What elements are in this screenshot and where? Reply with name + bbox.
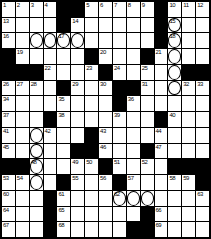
white-square[interactable] [127, 18, 140, 33]
clue-number: 10 [169, 2, 175, 9]
clue-number: 16 [3, 33, 9, 40]
white-square[interactable] [44, 96, 57, 111]
circled-square[interactable] [30, 175, 43, 190]
white-square[interactable] [113, 144, 126, 159]
white-square[interactable]: 12 [196, 2, 209, 17]
clue-number: 51 [114, 159, 120, 166]
clue-number: 34 [3, 96, 9, 103]
clue-number: 38 [58, 112, 64, 119]
white-square[interactable]: 43 [99, 128, 112, 143]
white-square[interactable] [196, 128, 209, 143]
white-square[interactable] [113, 49, 126, 64]
white-square[interactable]: 9 [141, 2, 154, 17]
black-square [182, 65, 195, 80]
white-square[interactable] [57, 49, 70, 64]
clue-number: 36 [128, 96, 134, 103]
white-square[interactable] [155, 159, 168, 174]
white-square[interactable]: 66 [155, 207, 168, 222]
white-square[interactable] [85, 222, 98, 237]
white-square[interactable]: 1 [2, 2, 15, 17]
white-square[interactable] [44, 144, 57, 159]
circled-square[interactable] [141, 191, 154, 206]
white-square[interactable] [71, 49, 84, 64]
black-square [2, 49, 15, 64]
circled-square[interactable]: 48 [30, 159, 43, 174]
white-square[interactable] [155, 175, 168, 190]
white-square[interactable] [85, 191, 98, 206]
white-square[interactable] [196, 49, 209, 64]
white-square[interactable] [57, 65, 70, 80]
black-square [168, 159, 181, 174]
black-square [85, 144, 98, 159]
clue-number: 55 [72, 175, 78, 182]
white-square[interactable]: 8 [127, 2, 140, 17]
clue-number: 58 [169, 175, 175, 182]
white-square[interactable] [196, 144, 209, 159]
circled-square[interactable] [30, 144, 43, 159]
white-square[interactable] [16, 96, 29, 111]
clue-number: 7 [114, 2, 117, 9]
white-square[interactable]: 34 [2, 96, 15, 111]
white-square[interactable]: 37 [2, 112, 15, 127]
clue-number: 22 [45, 65, 51, 72]
white-square[interactable] [141, 175, 154, 190]
white-square[interactable] [196, 112, 209, 127]
white-square[interactable] [168, 96, 181, 111]
clue-number: 40 [169, 112, 175, 119]
white-square[interactable]: 24 [113, 65, 126, 80]
black-square [85, 128, 98, 143]
white-square[interactable] [30, 222, 43, 237]
white-square[interactable]: 50 [85, 159, 98, 174]
circle-marker [168, 65, 181, 80]
white-square[interactable] [196, 222, 209, 237]
crossword-grid: 1234567891011121314151617181920212223242… [0, 0, 211, 239]
white-square[interactable] [30, 49, 43, 64]
white-square[interactable]: 51 [113, 159, 126, 174]
white-square[interactable] [182, 112, 195, 127]
white-square[interactable]: 53 [2, 175, 15, 190]
clue-number: 66 [156, 207, 162, 214]
white-square[interactable]: 22 [44, 65, 57, 80]
white-square[interactable] [16, 18, 29, 33]
white-square[interactable] [168, 222, 181, 237]
circled-square[interactable] [30, 33, 43, 48]
black-square [155, 112, 168, 127]
white-square[interactable] [141, 112, 154, 127]
white-square[interactable] [16, 191, 29, 206]
circled-square[interactable]: 62 [113, 191, 126, 206]
circled-square[interactable] [71, 33, 84, 48]
black-square [2, 159, 15, 174]
clue-number: 49 [72, 159, 78, 166]
white-square[interactable]: 39 [113, 112, 126, 127]
black-square [44, 191, 57, 206]
white-square[interactable]: 60 [2, 191, 15, 206]
white-square[interactable] [44, 18, 57, 33]
clue-number: 20 [100, 49, 106, 56]
white-square[interactable] [85, 18, 98, 33]
white-square[interactable] [85, 96, 98, 111]
clue-number: 68 [58, 222, 64, 229]
clue-number: 62 [114, 191, 120, 198]
white-square[interactable]: 5 [85, 2, 98, 17]
white-square[interactable]: 69 [155, 222, 168, 237]
white-square[interactable]: 33 [196, 81, 209, 96]
white-square[interactable] [182, 96, 195, 111]
white-square[interactable] [85, 112, 98, 127]
white-square[interactable] [99, 33, 112, 48]
clue-number: 35 [58, 96, 64, 103]
white-square[interactable] [30, 191, 43, 206]
clue-number: 28 [31, 81, 37, 88]
white-square[interactable] [113, 18, 126, 33]
white-square[interactable]: 25 [141, 65, 154, 80]
white-square[interactable]: 19 [16, 49, 29, 64]
white-square[interactable] [113, 207, 126, 222]
white-square[interactable] [85, 33, 98, 48]
white-square[interactable]: 26 [2, 81, 15, 96]
black-square [196, 175, 209, 190]
circle-marker [71, 33, 84, 48]
clue-number: 19 [17, 49, 23, 56]
white-square[interactable]: 63 [196, 191, 209, 206]
white-square[interactable]: 68 [57, 222, 70, 237]
white-square[interactable]: 27 [16, 81, 29, 96]
clue-number: 39 [114, 112, 120, 119]
black-square [127, 81, 140, 96]
white-square[interactable] [99, 112, 112, 127]
white-square[interactable] [99, 18, 112, 33]
clue-number: 52 [142, 159, 148, 166]
clue-number: 31 [142, 81, 148, 88]
white-square[interactable] [168, 144, 181, 159]
clue-number: 54 [17, 175, 23, 182]
white-square[interactable] [182, 49, 195, 64]
clue-number: 6 [100, 2, 103, 9]
clue-number: 44 [156, 128, 162, 135]
clue-number: 43 [100, 128, 106, 135]
black-square [113, 96, 126, 111]
white-square[interactable]: 16 [2, 33, 15, 48]
white-square[interactable] [113, 222, 126, 237]
circled-square[interactable] [44, 33, 57, 48]
black-square [99, 65, 112, 80]
white-square[interactable] [16, 33, 29, 48]
clue-number: 57 [128, 175, 134, 182]
clue-number: 2 [17, 2, 20, 9]
clue-number: 53 [3, 175, 9, 182]
clue-number: 27 [17, 81, 23, 88]
white-square[interactable] [30, 18, 43, 33]
black-square [30, 65, 43, 80]
circle-marker [168, 49, 181, 64]
circle-marker [127, 191, 140, 206]
clue-number: 67 [3, 222, 9, 229]
clue-number: 42 [45, 128, 51, 135]
white-square[interactable]: 7 [113, 2, 126, 17]
white-square[interactable]: 29 [71, 81, 84, 96]
white-square[interactable] [113, 33, 126, 48]
white-square[interactable] [196, 33, 209, 48]
clue-number: 60 [3, 191, 9, 198]
clue-number: 23 [86, 65, 92, 72]
circle-marker [30, 175, 43, 190]
circle-marker [168, 81, 181, 96]
circle-marker [30, 128, 43, 143]
white-square[interactable]: 11 [182, 2, 195, 17]
clue-number: 45 [3, 144, 9, 151]
clue-number: 59 [183, 175, 189, 182]
black-square [2, 65, 15, 80]
clue-number: 61 [58, 191, 64, 198]
white-square[interactable] [16, 222, 29, 237]
white-square[interactable]: 4 [44, 2, 57, 17]
clue-number: 17 [58, 33, 64, 40]
clue-number: 33 [197, 81, 203, 88]
clue-number: 46 [100, 144, 106, 151]
white-square[interactable] [30, 112, 43, 127]
circled-square[interactable] [168, 81, 181, 96]
black-square [113, 81, 126, 96]
white-square[interactable] [196, 207, 209, 222]
black-square [196, 159, 209, 174]
white-square[interactable] [113, 128, 126, 143]
white-square[interactable] [182, 144, 195, 159]
black-square [57, 18, 70, 33]
white-square[interactable] [30, 96, 43, 111]
white-square[interactable] [71, 191, 84, 206]
black-square [182, 159, 195, 174]
white-square[interactable] [99, 207, 112, 222]
white-square[interactable] [182, 33, 195, 48]
clue-number: 69 [156, 222, 162, 229]
white-square[interactable]: 59 [182, 175, 195, 190]
white-square[interactable] [141, 96, 154, 111]
circle-marker [30, 33, 43, 48]
white-square[interactable]: 13 [2, 18, 15, 33]
white-square[interactable] [44, 49, 57, 64]
clue-number: 12 [197, 2, 203, 9]
clue-number: 14 [72, 18, 78, 25]
white-square[interactable]: 3 [30, 2, 43, 17]
white-square[interactable]: 14 [71, 18, 84, 33]
white-square[interactable]: 57 [127, 175, 140, 190]
black-square [16, 159, 29, 174]
circle-marker [44, 33, 57, 48]
white-square[interactable] [155, 65, 168, 80]
white-square[interactable] [71, 207, 84, 222]
white-square[interactable]: 38 [57, 112, 70, 127]
white-square[interactable] [127, 112, 140, 127]
white-square[interactable] [196, 18, 209, 33]
white-square[interactable] [71, 96, 84, 111]
white-square[interactable] [182, 18, 195, 33]
circled-square[interactable]: 15 [168, 18, 181, 33]
white-square[interactable]: 6 [99, 2, 112, 17]
white-square[interactable]: 35 [57, 96, 70, 111]
black-square [155, 18, 168, 33]
clue-number: 15 [169, 18, 175, 25]
clue-number: 64 [3, 207, 9, 214]
white-square[interactable] [16, 207, 29, 222]
white-square[interactable] [71, 65, 84, 80]
white-square[interactable]: 44 [155, 128, 168, 143]
white-square[interactable] [168, 128, 181, 143]
white-square[interactable]: 49 [71, 159, 84, 174]
white-square[interactable] [141, 33, 154, 48]
clue-number: 29 [72, 81, 78, 88]
white-square[interactable] [182, 222, 195, 237]
black-square [57, 2, 70, 17]
white-square[interactable] [99, 222, 112, 237]
white-square[interactable] [141, 18, 154, 33]
circled-square[interactable] [168, 65, 181, 80]
white-square[interactable] [57, 144, 70, 159]
white-square[interactable]: 2 [16, 2, 29, 17]
black-square [155, 33, 168, 48]
white-square[interactable] [168, 207, 181, 222]
circled-square[interactable] [127, 191, 140, 206]
circled-square[interactable] [30, 128, 43, 143]
white-square[interactable]: 21 [155, 49, 168, 64]
white-square[interactable]: 32 [182, 81, 195, 96]
white-square[interactable] [44, 159, 57, 174]
black-square [85, 49, 98, 64]
black-square [57, 175, 70, 190]
clue-number: 41 [3, 128, 9, 135]
white-square[interactable] [127, 159, 140, 174]
white-square[interactable] [44, 81, 57, 96]
black-square [141, 144, 154, 159]
white-square[interactable]: 52 [141, 159, 154, 174]
clue-number: 30 [100, 81, 106, 88]
white-square[interactable]: 46 [99, 144, 112, 159]
black-square [16, 65, 29, 80]
black-square [141, 49, 154, 64]
white-square[interactable]: 23 [85, 65, 98, 80]
white-square[interactable]: 64 [2, 207, 15, 222]
white-square[interactable] [16, 144, 29, 159]
circled-square[interactable] [168, 49, 181, 64]
clue-number: 63 [197, 191, 203, 198]
white-square[interactable] [168, 191, 181, 206]
white-square[interactable]: 41 [2, 128, 15, 143]
white-square[interactable] [16, 112, 29, 127]
clue-number: 9 [142, 2, 145, 9]
white-square[interactable]: 36 [127, 96, 140, 111]
white-square[interactable] [85, 81, 98, 96]
white-square[interactable] [127, 144, 140, 159]
white-square[interactable] [155, 81, 168, 96]
white-square[interactable] [127, 33, 140, 48]
white-square[interactable]: 28 [30, 81, 43, 96]
white-square[interactable] [99, 191, 112, 206]
white-square[interactable]: 30 [99, 81, 112, 96]
clue-number: 11 [183, 2, 188, 9]
white-square[interactable] [16, 128, 29, 143]
white-square[interactable] [155, 96, 168, 111]
clue-number: 37 [3, 112, 9, 119]
black-square [44, 112, 57, 127]
white-square[interactable]: 58 [168, 175, 181, 190]
clue-number: 21 [156, 49, 162, 56]
clue-number: 25 [142, 65, 148, 72]
black-square [141, 222, 154, 237]
clue-number: 18 [169, 33, 175, 40]
white-square[interactable]: 20 [99, 49, 112, 64]
black-square [155, 2, 168, 17]
white-square[interactable]: 61 [57, 191, 70, 206]
white-square[interactable]: 65 [57, 207, 70, 222]
white-square[interactable]: 10 [168, 2, 181, 17]
white-square[interactable] [85, 207, 98, 222]
white-square[interactable] [182, 207, 195, 222]
white-square[interactable]: 47 [155, 144, 168, 159]
clue-number: 56 [100, 175, 106, 182]
clue-number: 5 [86, 2, 89, 9]
clue-number: 1 [3, 2, 6, 9]
white-square[interactable] [71, 222, 84, 237]
white-square[interactable] [127, 49, 140, 64]
white-square[interactable] [57, 128, 70, 143]
black-square [127, 222, 140, 237]
clue-number: 13 [3, 18, 9, 25]
circled-square[interactable]: 17 [57, 33, 70, 48]
white-square[interactable]: 31 [141, 81, 154, 96]
white-square[interactable]: 42 [44, 128, 57, 143]
black-square [113, 175, 126, 190]
white-square[interactable] [127, 65, 140, 80]
white-square[interactable] [44, 175, 57, 190]
white-square[interactable] [196, 96, 209, 111]
clue-number: 4 [45, 2, 48, 9]
black-square [71, 144, 84, 159]
white-square[interactable]: 55 [71, 175, 84, 190]
white-square[interactable] [182, 128, 195, 143]
clue-number: 48 [31, 159, 37, 166]
clue-number: 26 [3, 81, 9, 88]
white-square[interactable] [99, 96, 112, 111]
white-square[interactable] [71, 128, 84, 143]
white-square[interactable]: 54 [16, 175, 29, 190]
white-square[interactable] [155, 191, 168, 206]
clue-number: 8 [128, 2, 131, 9]
white-square[interactable] [30, 207, 43, 222]
black-square [44, 222, 57, 237]
white-square[interactable] [127, 207, 140, 222]
white-square[interactable]: 40 [168, 112, 181, 127]
white-square[interactable]: 67 [2, 222, 15, 237]
white-square[interactable] [85, 175, 98, 190]
white-square[interactable] [71, 112, 84, 127]
circled-square[interactable]: 18 [168, 33, 181, 48]
white-square[interactable] [127, 128, 140, 143]
black-square [99, 159, 112, 174]
black-square [71, 2, 84, 17]
clue-number: 65 [58, 207, 64, 214]
white-square[interactable]: 56 [99, 175, 112, 190]
white-square[interactable] [182, 191, 195, 206]
white-square[interactable] [57, 159, 70, 174]
black-square [141, 207, 154, 222]
black-square [44, 207, 57, 222]
circle-marker [30, 144, 43, 159]
white-square[interactable]: 45 [2, 144, 15, 159]
clue-number: 3 [31, 2, 34, 9]
circle-marker [141, 191, 154, 206]
white-square[interactable] [141, 128, 154, 143]
